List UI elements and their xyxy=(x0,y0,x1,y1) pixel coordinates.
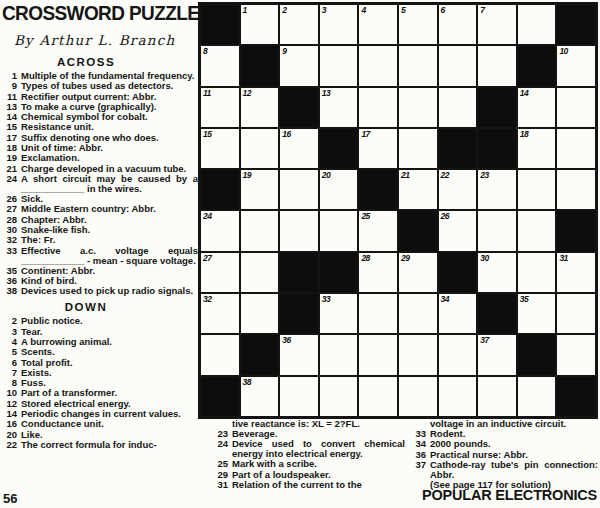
clue-item-33: 33Effective a.c. voltage equals ________… xyxy=(2,246,198,266)
cell-r8c1[interactable]: 32 xyxy=(201,294,239,333)
cell-number-24: 24 xyxy=(203,211,211,221)
cell-r8c4[interactable]: 33 xyxy=(320,294,358,333)
cell-number-3: 3 xyxy=(322,5,326,15)
cell-r6c8[interactable] xyxy=(478,211,516,250)
cell-r6c5[interactable]: 25 xyxy=(359,211,397,250)
cell-r8c9[interactable]: 35 xyxy=(518,294,556,333)
cell-number-5: 5 xyxy=(401,5,405,15)
cell-r10c8[interactable] xyxy=(478,377,516,416)
page-title: CROSSWORD PUZZLE xyxy=(2,2,198,25)
clue-number: 34 xyxy=(411,439,430,449)
cell-r7c8[interactable]: 30 xyxy=(478,253,516,292)
cell-r5c7[interactable]: 22 xyxy=(439,170,477,209)
cell-r9c3[interactable]: 36 xyxy=(280,335,318,374)
cell-r9c7[interactable] xyxy=(439,335,477,374)
cell-r1c5[interactable]: 4 xyxy=(359,5,397,44)
down-clue-list-middle: 23Beverage.24Device used to convert chem… xyxy=(213,429,405,490)
cell-r2c1[interactable]: 8 xyxy=(201,46,239,85)
clue-text: Scents. xyxy=(21,347,198,357)
clue-text: Resistance unit. xyxy=(21,122,198,132)
cell-r5c4[interactable]: 20 xyxy=(320,170,358,209)
clue-number: 5 xyxy=(2,347,21,357)
black-cell-r3c3 xyxy=(280,88,318,127)
clue-number: 15 xyxy=(2,122,21,132)
clue-text: Exists. xyxy=(21,368,198,378)
cell-number-17: 17 xyxy=(361,129,369,139)
magazine-name: POPULAR ELECTRONICS xyxy=(422,487,597,503)
clue-number: 24 xyxy=(213,439,232,459)
cell-number-7: 7 xyxy=(480,5,484,15)
clue-text: Effective a.c. voltage equals __________… xyxy=(21,246,198,266)
clue-item-6: 6Total profit. xyxy=(2,358,198,368)
cell-r10c9[interactable] xyxy=(518,377,556,416)
black-cell-r7c3 xyxy=(280,253,318,292)
cell-r1c4[interactable]: 3 xyxy=(320,5,358,44)
cell-r1c6[interactable]: 5 xyxy=(399,5,437,44)
cell-r4c5[interactable]: 17 xyxy=(359,129,397,168)
cell-number-8: 8 xyxy=(203,46,207,56)
cell-number-31: 31 xyxy=(559,253,567,263)
clue-item-34: 342000 pounds. xyxy=(411,439,598,449)
clue-item-24: 24A short circuit may be caused by a ___… xyxy=(2,174,198,194)
crossword-grid: 1234567891011121314151617181920212223242… xyxy=(198,2,598,419)
black-cell-r7c7 xyxy=(439,253,477,292)
cell-r4c6[interactable] xyxy=(399,129,437,168)
clue-number: 32 xyxy=(2,235,21,245)
cell-number-15: 15 xyxy=(203,129,211,139)
down-clue-list-right: 33Rodent.342000 pounds.36Practical nurse… xyxy=(411,429,598,480)
cell-number-18: 18 xyxy=(520,129,528,139)
down-header: DOWN xyxy=(2,301,170,313)
cell-number-12: 12 xyxy=(243,88,251,98)
clue-number: 16 xyxy=(2,419,21,429)
cell-r9c10[interactable] xyxy=(557,335,595,374)
clue-number: 38 xyxy=(2,286,21,296)
cell-number-22: 22 xyxy=(441,170,449,180)
black-cell-r4c7 xyxy=(439,129,477,168)
clue-text: Types of tubes used as detectors. xyxy=(21,81,198,91)
clue-text: A short circuit may be caused by a _____… xyxy=(21,174,198,194)
clue-item-16: 16Conductance unit. xyxy=(2,419,198,429)
clue-number: 2 xyxy=(2,316,21,326)
cell-number-25: 25 xyxy=(361,211,369,221)
cell-r10c6[interactable] xyxy=(399,377,437,416)
black-cell-r8c3 xyxy=(280,294,318,333)
clue-number: 37 xyxy=(411,460,430,480)
cell-r2c3[interactable]: 9 xyxy=(280,46,318,85)
cell-r1c8[interactable]: 7 xyxy=(478,5,516,44)
cell-r2c6[interactable] xyxy=(399,46,437,85)
clue-item-2: 2Public notice. xyxy=(2,316,198,326)
cell-r5c2[interactable]: 19 xyxy=(241,170,279,209)
clue-number: 22 xyxy=(2,440,21,450)
cell-r7c5[interactable]: 28 xyxy=(359,253,397,292)
black-cell-r6c6 xyxy=(399,211,437,250)
black-cell-r8c8 xyxy=(478,294,516,333)
cell-number-9: 9 xyxy=(282,46,286,56)
clue-item-22: 22The correct formula for induc- xyxy=(2,440,198,450)
cell-r8c7[interactable]: 34 xyxy=(439,294,477,333)
black-cell-r9c2 xyxy=(241,335,279,374)
black-cell-r4c4 xyxy=(320,129,358,168)
black-cell-r4c8 xyxy=(478,129,516,168)
clue-text: Mark with a scribe. xyxy=(232,459,405,469)
clue-item-24: 24Device used to convert chemical energy… xyxy=(213,439,405,459)
clue-item-10: 10Part of a transformer. xyxy=(2,388,198,398)
page-number: 56 xyxy=(3,491,17,506)
cell-r8c2[interactable] xyxy=(241,294,279,333)
black-cell-r1c1 xyxy=(201,5,239,44)
cell-r3c6[interactable] xyxy=(399,88,437,127)
cell-r6c9[interactable] xyxy=(518,211,556,250)
clue-item-25: 25Mark with a scribe. xyxy=(213,459,405,469)
cell-number-30: 30 xyxy=(480,253,488,263)
cell-r5c8[interactable]: 23 xyxy=(478,170,516,209)
cell-r6c3[interactable] xyxy=(280,211,318,250)
clue-text: Part of a transformer. xyxy=(21,388,198,398)
cell-r8c10[interactable] xyxy=(557,294,595,333)
cell-r4c9[interactable]: 18 xyxy=(518,129,556,168)
clue-text: Practical nurse: Abbr. xyxy=(430,450,598,460)
clue-item-19: 19Exclamation. xyxy=(2,153,198,163)
cell-number-38: 38 xyxy=(243,377,251,387)
cell-number-19: 19 xyxy=(243,170,251,180)
black-cell-r2c2 xyxy=(241,46,279,85)
cell-number-35: 35 xyxy=(520,294,528,304)
black-cell-r2c9 xyxy=(518,46,556,85)
cell-number-14: 14 xyxy=(520,88,528,98)
clue-text: Exclamation. xyxy=(21,153,198,163)
clue-number: 31 xyxy=(213,480,232,490)
cell-r4c10[interactable] xyxy=(557,129,595,168)
clue-text: Relation of the current to the xyxy=(232,480,405,490)
cell-r6c4[interactable] xyxy=(320,211,358,250)
cell-number-27: 27 xyxy=(203,253,211,263)
across-clue-list: 1Multiple of the fundamental frequency.9… xyxy=(2,71,198,296)
cell-r9c6[interactable] xyxy=(399,335,437,374)
cell-number-21: 21 xyxy=(401,170,409,180)
cell-r8c5[interactable] xyxy=(359,294,397,333)
cell-r4c3[interactable]: 16 xyxy=(280,129,318,168)
cell-r9c5[interactable] xyxy=(359,335,397,374)
clue-number: 6 xyxy=(2,358,21,368)
cell-r7c6[interactable]: 29 xyxy=(399,253,437,292)
clue-number: 25 xyxy=(213,459,232,469)
cell-r3c10[interactable] xyxy=(557,88,595,127)
black-cell-r10c10 xyxy=(557,377,595,416)
cell-r9c8[interactable]: 37 xyxy=(478,335,516,374)
black-cell-r9c9 xyxy=(518,335,556,374)
cell-r1c3[interactable]: 2 xyxy=(280,5,318,44)
cell-number-34: 34 xyxy=(441,294,449,304)
cell-number-20: 20 xyxy=(322,170,330,180)
cell-r2c5[interactable] xyxy=(359,46,397,85)
clue-text: Rectifier output current: Abbr. xyxy=(21,92,198,102)
cell-r10c2[interactable]: 38 xyxy=(241,377,279,416)
clue-text: Devices used to pick up radio signals. xyxy=(21,286,198,296)
cell-number-33: 33 xyxy=(322,294,330,304)
cell-r7c10[interactable]: 31 xyxy=(557,253,595,292)
cell-r4c2[interactable] xyxy=(241,129,279,168)
cell-r1c9[interactable] xyxy=(518,5,556,44)
cell-r8c6[interactable] xyxy=(399,294,437,333)
clue-text: Total profit. xyxy=(21,358,198,368)
byline: By Arthur L. Branch xyxy=(14,32,198,48)
clue-item-31: 31Relation of the current to the xyxy=(213,480,405,490)
clue-number: 33 xyxy=(2,246,21,266)
clue-text: Middle Eastern country: Abbr. xyxy=(21,204,198,214)
cell-r6c1[interactable]: 24 xyxy=(201,211,239,250)
cell-r2c4[interactable] xyxy=(320,46,358,85)
cell-r3c2[interactable]: 12 xyxy=(241,88,279,127)
cell-r2c10[interactable]: 10 xyxy=(557,46,595,85)
cell-number-36: 36 xyxy=(282,335,290,345)
cell-r5c3[interactable] xyxy=(280,170,318,209)
cell-r3c7[interactable] xyxy=(439,88,477,127)
clue-text: The: Fr. xyxy=(21,235,198,245)
cell-r5c10[interactable] xyxy=(557,170,595,209)
clue-item-9: 9Types of tubes used as detectors. xyxy=(2,81,198,91)
clue-item-11: 11Rectifier output current: Abbr. xyxy=(2,92,198,102)
cell-r9c1[interactable] xyxy=(201,335,239,374)
clue-item-37: 37Cathode-ray tube's pin connection: Abb… xyxy=(411,460,598,480)
cell-number-29: 29 xyxy=(401,253,409,263)
clue-number: 10 xyxy=(2,388,21,398)
bottom-middle-column: tive reactance is: XL = 2?FL. 23Beverage… xyxy=(213,419,405,490)
cell-number-4: 4 xyxy=(361,5,365,15)
cell-r3c9[interactable]: 14 xyxy=(518,88,556,127)
down-clue-list: 2Public notice.3Tear.4A burrowing animal… xyxy=(2,316,198,449)
clue-number: 24 xyxy=(2,174,21,194)
cell-r10c3[interactable] xyxy=(280,377,318,416)
black-cell-r3c8 xyxy=(478,88,516,127)
cell-number-23: 23 xyxy=(480,170,488,180)
cell-r7c1[interactable]: 27 xyxy=(201,253,239,292)
cell-r3c4[interactable]: 13 xyxy=(320,88,358,127)
cell-r10c5[interactable] xyxy=(359,377,397,416)
clue-text: Public notice. xyxy=(21,316,198,326)
cell-r10c4[interactable] xyxy=(320,377,358,416)
clue-text: Conductance unit. xyxy=(21,419,198,429)
cell-number-16: 16 xyxy=(282,129,290,139)
cell-r4c1[interactable]: 15 xyxy=(201,129,239,168)
cell-number-26: 26 xyxy=(441,211,449,221)
clue-item-36: 36Practical nurse: Abbr. xyxy=(411,450,598,460)
cell-r3c1[interactable]: 11 xyxy=(201,88,239,127)
black-cell-r5c5 xyxy=(359,170,397,209)
cell-r7c2[interactable] xyxy=(241,253,279,292)
cell-number-10: 10 xyxy=(559,46,567,56)
clue-number: 11 xyxy=(2,92,21,102)
clue-item-27: 27Middle Eastern country: Abbr. xyxy=(2,204,198,214)
left-column: CROSSWORD PUZZLE By Arthur L. Branch ACR… xyxy=(2,2,198,450)
clue-item-5: 5Scents. xyxy=(2,347,198,357)
black-cell-r5c1 xyxy=(201,170,239,209)
cell-number-1: 1 xyxy=(243,5,247,15)
cell-r5c6[interactable]: 21 xyxy=(399,170,437,209)
cell-r1c7[interactable]: 6 xyxy=(439,5,477,44)
black-cell-r10c1 xyxy=(201,377,239,416)
black-cell-r1c10 xyxy=(557,5,595,44)
clue-number: 9 xyxy=(2,81,21,91)
clue-item-38: 38Devices used to pick up radio signals. xyxy=(2,286,198,296)
bottom-right-column: voltage in an inductive circuit. 33Roden… xyxy=(411,419,598,490)
cell-number-2: 2 xyxy=(282,5,286,15)
cell-number-37: 37 xyxy=(480,335,488,345)
cell-r6c7[interactable]: 26 xyxy=(439,211,477,250)
cell-r7c9[interactable] xyxy=(518,253,556,292)
cell-r2c8[interactable] xyxy=(478,46,516,85)
cell-r9c4[interactable] xyxy=(320,335,358,374)
cell-number-32: 32 xyxy=(203,294,211,304)
black-cell-r6c10 xyxy=(557,211,595,250)
cell-number-13: 13 xyxy=(322,88,330,98)
cell-r2c7[interactable] xyxy=(439,46,477,85)
cell-number-6: 6 xyxy=(441,5,445,15)
cell-number-11: 11 xyxy=(203,88,211,98)
cell-number-28: 28 xyxy=(361,253,369,263)
cell-r1c2[interactable]: 1 xyxy=(241,5,279,44)
cell-r6c2[interactable] xyxy=(241,211,279,250)
clue-text: 2000 pounds. xyxy=(430,439,598,449)
clue-item-32: 32The: Fr. xyxy=(2,235,198,245)
clue-text: The correct formula for induc- xyxy=(21,440,198,450)
clue-text: Cathode-ray tube's pin connection: Abbr. xyxy=(430,460,598,480)
clue-item-15: 15Resistance unit. xyxy=(2,122,198,132)
black-cell-r7c4 xyxy=(320,253,358,292)
cell-r3c5[interactable] xyxy=(359,88,397,127)
clue-text: Device used to convert chemical energy i… xyxy=(232,439,405,459)
clue-number: 27 xyxy=(2,204,21,214)
cell-r5c9[interactable] xyxy=(518,170,556,209)
magazine-page: CROSSWORD PUZZLE By Arthur L. Branch ACR… xyxy=(0,0,600,508)
across-header: ACROSS xyxy=(2,56,170,68)
cell-r10c7[interactable] xyxy=(439,377,477,416)
clue-number: 19 xyxy=(2,153,21,163)
clue-number: 36 xyxy=(411,450,430,460)
